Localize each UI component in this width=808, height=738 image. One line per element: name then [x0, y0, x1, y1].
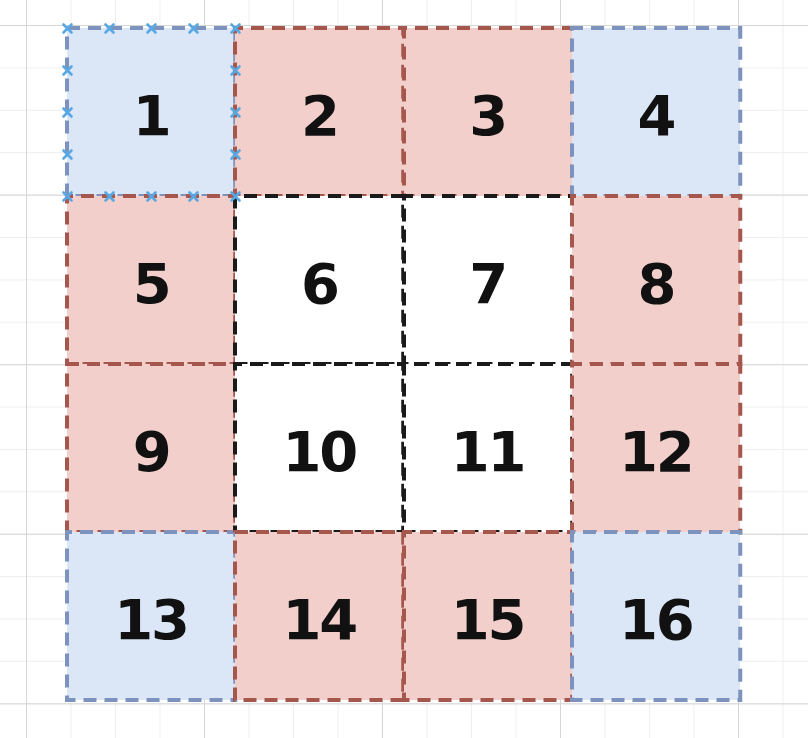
- cell-12[interactable]: 12: [572, 364, 740, 532]
- cell-number: 14: [235, 535, 403, 703]
- cell-number: 6: [235, 199, 403, 367]
- grid-board: 12345678910111213141516: [67, 28, 740, 700]
- cell-5[interactable]: 5: [67, 196, 235, 364]
- cell-2[interactable]: 2: [235, 28, 403, 196]
- cell-number: 13: [67, 535, 235, 703]
- cell-6[interactable]: 6: [235, 196, 403, 364]
- cell-4[interactable]: 4: [572, 28, 740, 196]
- cell-number: 11: [404, 367, 572, 535]
- cell-number: 16: [572, 535, 740, 703]
- cell-7[interactable]: 7: [404, 196, 572, 364]
- cell-number: 15: [404, 535, 572, 703]
- cell-15[interactable]: 15: [404, 532, 572, 700]
- cell-number: 2: [235, 31, 403, 199]
- cell-9[interactable]: 9: [67, 364, 235, 532]
- cell-number: 7: [404, 199, 572, 367]
- cell-10[interactable]: 10: [235, 364, 403, 532]
- cell-number: 10: [235, 367, 403, 535]
- cell-13[interactable]: 13: [67, 532, 235, 700]
- cell-number: 4: [572, 31, 740, 199]
- cell-14[interactable]: 14: [235, 532, 403, 700]
- cell-1[interactable]: 1: [67, 28, 235, 196]
- cell-8[interactable]: 8: [572, 196, 740, 364]
- cell-number: 3: [404, 31, 572, 199]
- cell-number: 1: [67, 31, 235, 199]
- cell-number: 9: [67, 367, 235, 535]
- cell-11[interactable]: 11: [404, 364, 572, 532]
- cell-number: 8: [572, 199, 740, 367]
- cell-3[interactable]: 3: [404, 28, 572, 196]
- cell-number: 12: [572, 367, 740, 535]
- whiteboard-canvas[interactable]: 12345678910111213141516: [0, 0, 808, 738]
- cell-16[interactable]: 16: [572, 532, 740, 700]
- cell-number: 5: [67, 199, 235, 367]
